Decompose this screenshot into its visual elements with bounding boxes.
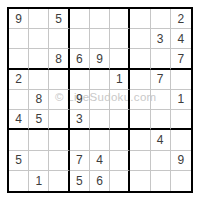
sudoku-cell-given: 3 xyxy=(70,110,90,130)
sudoku-cell-empty[interactable] xyxy=(49,110,69,130)
sudoku-cell-empty[interactable] xyxy=(49,151,69,171)
sudoku-cell-empty[interactable] xyxy=(130,151,150,171)
sudoku-cell-empty[interactable] xyxy=(9,171,29,191)
sudoku-cell-empty[interactable] xyxy=(151,49,171,69)
sudoku-cell-empty[interactable] xyxy=(171,70,191,90)
sudoku-cell-empty[interactable] xyxy=(130,29,150,49)
sudoku-cell-empty[interactable] xyxy=(110,9,130,29)
sudoku-cell-empty[interactable] xyxy=(49,171,69,191)
sudoku-cell-empty[interactable] xyxy=(29,29,49,49)
sudoku-cell-empty[interactable] xyxy=(130,49,150,69)
sudoku-cell-empty[interactable] xyxy=(171,130,191,150)
sudoku-cell-given: 9 xyxy=(171,151,191,171)
sudoku-cell-empty[interactable] xyxy=(130,171,150,191)
sudoku-cell-given: 7 xyxy=(151,70,171,90)
sudoku-cell-empty[interactable] xyxy=(29,151,49,171)
sudoku-cell-empty[interactable] xyxy=(130,70,150,90)
sudoku-cell-given: 5 xyxy=(49,9,69,29)
sudoku-cell-empty[interactable] xyxy=(29,130,49,150)
sudoku-cell-empty[interactable] xyxy=(151,171,171,191)
sudoku-cell-given: 4 xyxy=(171,29,191,49)
sudoku-cell-given: 7 xyxy=(70,151,90,171)
sudoku-cell-empty[interactable] xyxy=(49,130,69,150)
sudoku-cell-empty[interactable] xyxy=(90,9,110,29)
sudoku-cell-given: 6 xyxy=(70,49,90,69)
sudoku-cell-given: 8 xyxy=(49,49,69,69)
sudoku-cell-empty[interactable] xyxy=(110,90,130,110)
sudoku-cell-given: 2 xyxy=(9,70,29,90)
sudoku-cell-empty[interactable] xyxy=(130,9,150,29)
sudoku-cell-given: 9 xyxy=(70,90,90,110)
sudoku-cell-given: 4 xyxy=(9,110,29,130)
sudoku-cell-given: 7 xyxy=(171,49,191,69)
sudoku-cell-empty[interactable] xyxy=(130,130,150,150)
sudoku-cell-empty[interactable] xyxy=(90,110,110,130)
sudoku-cell-given: 2 xyxy=(171,9,191,29)
sudoku-cell-given: 9 xyxy=(90,49,110,69)
sudoku-cell-given: 5 xyxy=(70,171,90,191)
sudoku-cell-given: 1 xyxy=(29,171,49,191)
sudoku-cell-given: 8 xyxy=(29,90,49,110)
sudoku-board: 95234869721789145345749156 xyxy=(7,7,193,193)
sudoku-cell-empty[interactable] xyxy=(110,171,130,191)
sudoku-cell-empty[interactable] xyxy=(110,151,130,171)
sudoku-cell-given: 1 xyxy=(110,70,130,90)
sudoku-cell-empty[interactable] xyxy=(90,90,110,110)
sudoku-cell-empty[interactable] xyxy=(49,90,69,110)
sudoku-cell-empty[interactable] xyxy=(70,29,90,49)
sudoku-cell-empty[interactable] xyxy=(29,70,49,90)
sudoku-cell-given: 5 xyxy=(29,110,49,130)
sudoku-cell-empty[interactable] xyxy=(151,110,171,130)
sudoku-cell-given: 5 xyxy=(9,151,29,171)
sudoku-cell-empty[interactable] xyxy=(70,70,90,90)
sudoku-cell-empty[interactable] xyxy=(130,90,150,110)
sudoku-cell-given: 4 xyxy=(151,130,171,150)
sudoku-cell-empty[interactable] xyxy=(171,171,191,191)
sudoku-cell-empty[interactable] xyxy=(9,29,29,49)
sudoku-cell-empty[interactable] xyxy=(70,130,90,150)
sudoku-cell-empty[interactable] xyxy=(130,110,150,130)
sudoku-cell-empty[interactable] xyxy=(171,110,191,130)
sudoku-cell-empty[interactable] xyxy=(9,90,29,110)
sudoku-cell-empty[interactable] xyxy=(110,110,130,130)
sudoku-cell-given: 1 xyxy=(171,90,191,110)
sudoku-cell-empty[interactable] xyxy=(70,9,90,29)
sudoku-cell-empty[interactable] xyxy=(110,130,130,150)
sudoku-cell-empty[interactable] xyxy=(90,130,110,150)
sudoku-cell-empty[interactable] xyxy=(49,70,69,90)
sudoku-cell-empty[interactable] xyxy=(9,130,29,150)
sudoku-cell-empty[interactable] xyxy=(151,151,171,171)
sudoku-cell-empty[interactable] xyxy=(29,49,49,69)
sudoku-cell-given: 6 xyxy=(90,171,110,191)
sudoku-page: © LiveSudoku.com 95234869721789145345749… xyxy=(0,0,200,200)
sudoku-cell-empty[interactable] xyxy=(151,9,171,29)
sudoku-cell-empty[interactable] xyxy=(151,90,171,110)
sudoku-cell-empty[interactable] xyxy=(110,29,130,49)
sudoku-cell-empty[interactable] xyxy=(9,49,29,69)
sudoku-cell-given: 4 xyxy=(90,151,110,171)
sudoku-cell-empty[interactable] xyxy=(90,29,110,49)
sudoku-cell-given: 9 xyxy=(9,9,29,29)
sudoku-cell-empty[interactable] xyxy=(49,29,69,49)
sudoku-cell-empty[interactable] xyxy=(110,49,130,69)
sudoku-cell-empty[interactable] xyxy=(29,9,49,29)
sudoku-cell-empty[interactable] xyxy=(90,70,110,90)
sudoku-cell-given: 3 xyxy=(151,29,171,49)
